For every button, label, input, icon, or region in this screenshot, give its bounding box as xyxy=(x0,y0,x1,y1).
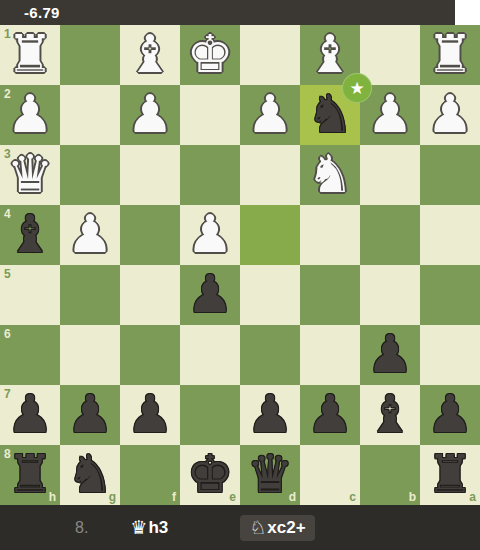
square-d5[interactable] xyxy=(240,265,300,325)
file-label-e: e xyxy=(229,490,236,504)
square-f1[interactable]: ♝ xyxy=(120,25,180,85)
square-b7[interactable]: ♝ xyxy=(360,385,420,445)
square-e8[interactable]: e♚ xyxy=(180,445,240,505)
square-f4[interactable] xyxy=(120,205,180,265)
rank-label-8: 8 xyxy=(4,447,11,461)
black-knight-icon: ♘ xyxy=(249,518,266,537)
piece-black-pawn: ♟ xyxy=(120,385,180,445)
square-a1[interactable]: ♜ xyxy=(420,25,480,85)
square-e6[interactable] xyxy=(180,325,240,385)
file-label-h: h xyxy=(49,490,56,504)
piece-black-pawn: ♟ xyxy=(420,385,480,445)
square-c4[interactable] xyxy=(300,205,360,265)
square-f8[interactable]: f xyxy=(120,445,180,505)
square-d1[interactable] xyxy=(240,25,300,85)
square-b1[interactable] xyxy=(360,25,420,85)
square-d8[interactable]: d♛ xyxy=(240,445,300,505)
square-d4[interactable] xyxy=(240,205,300,265)
square-b3[interactable] xyxy=(360,145,420,205)
piece-black-bishop: ♝ xyxy=(360,385,420,445)
piece-white-pawn: ♟ xyxy=(180,205,240,265)
white-move-text: h3 xyxy=(148,518,168,538)
piece-white-bishop: ♝ xyxy=(120,25,180,85)
piece-black-pawn: ♟ xyxy=(240,385,300,445)
square-h8[interactable]: 8h♜ xyxy=(0,445,60,505)
square-f5[interactable] xyxy=(120,265,180,325)
square-g3[interactable] xyxy=(60,145,120,205)
piece-white-pawn: ♟ xyxy=(120,85,180,145)
piece-white-pawn: ♟ xyxy=(60,205,120,265)
square-d3[interactable] xyxy=(240,145,300,205)
star-icon: ★ xyxy=(349,80,364,97)
piece-black-pawn: ♟ xyxy=(300,385,360,445)
square-g8[interactable]: g♞ xyxy=(60,445,120,505)
square-h1[interactable]: 1♜ xyxy=(0,25,60,85)
square-e2[interactable] xyxy=(180,85,240,145)
best-move-star-badge: ★ xyxy=(342,73,372,103)
piece-white-king: ♚ xyxy=(180,25,240,85)
square-e5[interactable]: ♟ xyxy=(180,265,240,325)
file-label-a: a xyxy=(469,490,476,504)
white-move-qh3[interactable]: ♛ h3 xyxy=(130,518,168,538)
square-g2[interactable] xyxy=(60,85,120,145)
rank-label-5: 5 xyxy=(4,267,11,281)
top-right-corner-block xyxy=(455,0,480,25)
square-c3[interactable]: ♞ xyxy=(300,145,360,205)
square-f3[interactable] xyxy=(120,145,180,205)
square-c8[interactable]: c xyxy=(300,445,360,505)
move-list-bar: 8. ♛ h3 ♘ xc2+ xyxy=(0,505,480,550)
square-h6[interactable]: 6 xyxy=(0,325,60,385)
square-e7[interactable] xyxy=(180,385,240,445)
square-a4[interactable] xyxy=(420,205,480,265)
piece-black-pawn: ♟ xyxy=(360,325,420,385)
square-a5[interactable] xyxy=(420,265,480,325)
square-f2[interactable]: ♟ xyxy=(120,85,180,145)
square-e1[interactable]: ♚ xyxy=(180,25,240,85)
black-move-text: xc2+ xyxy=(267,518,305,538)
square-c6[interactable] xyxy=(300,325,360,385)
square-g1[interactable] xyxy=(60,25,120,85)
square-h5[interactable]: 5 xyxy=(0,265,60,325)
rank-label-6: 6 xyxy=(4,327,11,341)
file-label-b: b xyxy=(409,490,416,504)
chess-board[interactable]: 1♜♝♚♝♜2♟♟♟♞♟♟3♛♞4♝♟♟5♟6♟7♟♟♟♟♟♝♟8h♜g♞fe♚… xyxy=(0,25,480,505)
rank-label-3: 3 xyxy=(4,147,11,161)
chess-app: -6.79 1♜♝♚♝♜2♟♟♟♞♟♟3♛♞4♝♟♟5♟6♟7♟♟♟♟♟♝♟8h… xyxy=(0,0,480,550)
square-g4[interactable]: ♟ xyxy=(60,205,120,265)
square-b6[interactable]: ♟ xyxy=(360,325,420,385)
piece-white-rook: ♜ xyxy=(420,25,480,85)
file-label-g: g xyxy=(109,490,116,504)
move-number: 8. xyxy=(75,519,88,537)
piece-white-knight: ♞ xyxy=(300,145,360,205)
square-e4[interactable]: ♟ xyxy=(180,205,240,265)
square-h3[interactable]: 3♛ xyxy=(0,145,60,205)
file-label-c: c xyxy=(349,490,356,504)
square-b5[interactable] xyxy=(360,265,420,325)
square-e3[interactable] xyxy=(180,145,240,205)
piece-black-pawn: ♟ xyxy=(60,385,120,445)
square-a6[interactable] xyxy=(420,325,480,385)
rank-label-7: 7 xyxy=(4,387,11,401)
square-g7[interactable]: ♟ xyxy=(60,385,120,445)
square-h2[interactable]: 2♟ xyxy=(0,85,60,145)
square-g6[interactable] xyxy=(60,325,120,385)
file-label-f: f xyxy=(172,490,176,504)
square-f7[interactable]: ♟ xyxy=(120,385,180,445)
square-f6[interactable] xyxy=(120,325,180,385)
square-h4[interactable]: 4♝ xyxy=(0,205,60,265)
square-d2[interactable]: ♟ xyxy=(240,85,300,145)
square-a8[interactable]: a♜ xyxy=(420,445,480,505)
square-c7[interactable]: ♟ xyxy=(300,385,360,445)
square-a3[interactable] xyxy=(420,145,480,205)
white-queen-icon: ♛ xyxy=(130,518,147,537)
rank-label-4: 4 xyxy=(4,207,11,221)
rank-label-2: 2 xyxy=(4,87,11,101)
evaluation-score: -6.79 xyxy=(24,4,60,21)
square-h7[interactable]: 7♟ xyxy=(0,385,60,445)
evaluation-bar: -6.79 xyxy=(0,0,480,25)
piece-white-pawn: ♟ xyxy=(420,85,480,145)
file-label-d: d xyxy=(289,490,296,504)
square-a7[interactable]: ♟ xyxy=(420,385,480,445)
square-g5[interactable] xyxy=(60,265,120,325)
square-a2[interactable]: ♟ xyxy=(420,85,480,145)
piece-white-pawn: ♟ xyxy=(240,85,300,145)
square-d7[interactable]: ♟ xyxy=(240,385,300,445)
piece-black-pawn: ♟ xyxy=(180,265,240,325)
black-move-nxc2-selected[interactable]: ♘ xc2+ xyxy=(240,515,314,541)
square-d6[interactable] xyxy=(240,325,300,385)
square-b8[interactable]: b xyxy=(360,445,420,505)
square-c5[interactable] xyxy=(300,265,360,325)
rank-label-1: 1 xyxy=(4,27,11,41)
square-b4[interactable] xyxy=(360,205,420,265)
